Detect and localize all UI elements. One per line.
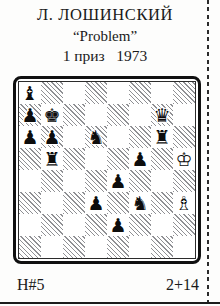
- square-a5: [19, 148, 41, 170]
- square-c2: [63, 214, 85, 236]
- piece-black-queen-g7: ♛: [151, 104, 173, 126]
- square-d5: [85, 148, 107, 170]
- square-c5: [63, 148, 85, 170]
- square-f7: [129, 104, 151, 126]
- piece-black-knight-f3: ♞: [129, 192, 151, 214]
- square-b8: [41, 82, 63, 104]
- piece-black-rook-b5: ♜: [41, 148, 63, 170]
- square-e8: [107, 82, 129, 104]
- piece-white-king-h5: ♔: [173, 148, 195, 170]
- square-h2: [173, 214, 195, 236]
- square-c3: [63, 192, 85, 214]
- square-h1: [173, 236, 195, 258]
- piece-black-pawn-a7: ♟: [19, 104, 41, 126]
- piece-black-pawn-d3: ♟: [85, 192, 107, 214]
- square-g5: [151, 148, 173, 170]
- material-count-label: 2+14: [166, 276, 201, 294]
- square-b4: [41, 170, 63, 192]
- square-d6: ♞: [85, 126, 107, 148]
- square-f6: [129, 126, 151, 148]
- square-g3: [151, 192, 173, 214]
- chess-board-frame: ♝♟♚♛♟♟♞♜♜♟♔♟♟♞♗♟: [13, 76, 201, 264]
- piece-black-pawn-b6: ♟: [41, 126, 63, 148]
- piece-black-pawn-e4: ♟: [107, 170, 129, 192]
- square-a3: [19, 192, 41, 214]
- square-b6: ♟: [41, 126, 63, 148]
- square-a1: [19, 236, 41, 258]
- square-b3: [41, 192, 63, 214]
- piece-black-king-b7: ♚: [41, 104, 63, 126]
- piece-black-pawn-f5: ♟: [129, 148, 151, 170]
- page-bottom-rule: [0, 302, 220, 304]
- chess-board: ♝♟♚♛♟♟♞♜♜♟♔♟♟♞♗♟: [18, 81, 196, 259]
- square-b5: ♜: [41, 148, 63, 170]
- square-a2: [19, 214, 41, 236]
- square-h3: ♗: [173, 192, 195, 214]
- piece-black-rook-g6: ♜: [151, 126, 173, 148]
- square-b2: [41, 214, 63, 236]
- square-d8: [85, 82, 107, 104]
- square-g7: ♛: [151, 104, 173, 126]
- square-g4: [151, 170, 173, 192]
- square-e5: [107, 148, 129, 170]
- square-g1: [151, 236, 173, 258]
- square-d2: [85, 214, 107, 236]
- diagram-header: Л. ЛОШИНСКИЙ “Problem” 1 приз 1973: [0, 0, 210, 65]
- square-d1: [85, 236, 107, 258]
- square-a4: [19, 170, 41, 192]
- piece-black-pawn-a6: ♟: [19, 126, 41, 148]
- award-year-line: 1 приз 1973: [0, 47, 210, 65]
- square-f3: ♞: [129, 192, 151, 214]
- square-f5: ♟: [129, 148, 151, 170]
- square-e3: [107, 192, 129, 214]
- square-h5: ♔: [173, 148, 195, 170]
- square-h6: [173, 126, 195, 148]
- square-a8: ♝: [19, 82, 41, 104]
- square-d4: [85, 170, 107, 192]
- square-b1: [41, 236, 63, 258]
- square-c4: [63, 170, 85, 192]
- piece-black-knight-d6: ♞: [85, 126, 107, 148]
- square-c7: [63, 104, 85, 126]
- square-b7: ♚: [41, 104, 63, 126]
- square-a6: ♟: [19, 126, 41, 148]
- square-f8: [129, 82, 151, 104]
- square-f2: [129, 214, 151, 236]
- piece-black-bishop-a8: ♝: [19, 82, 41, 104]
- square-f4: [129, 170, 151, 192]
- square-g2: [151, 214, 173, 236]
- square-e1: [107, 236, 129, 258]
- piece-white-bishop-h3: ♗: [173, 192, 195, 214]
- square-h8: [173, 82, 195, 104]
- square-e6: [107, 126, 129, 148]
- square-c6: [63, 126, 85, 148]
- square-a7: ♟: [19, 104, 41, 126]
- square-h7: [173, 104, 195, 126]
- square-e4: ♟: [107, 170, 129, 192]
- square-h4: [173, 170, 195, 192]
- square-e2: ♟: [107, 214, 129, 236]
- stipulation-label: H#5: [13, 276, 45, 294]
- square-d3: ♟: [85, 192, 107, 214]
- square-d7: [85, 104, 107, 126]
- square-e7: [107, 104, 129, 126]
- square-c1: [63, 236, 85, 258]
- square-g8: [151, 82, 173, 104]
- square-g6: ♜: [151, 126, 173, 148]
- diagram-caption: H#5 2+14: [13, 276, 201, 294]
- square-c8: [63, 82, 85, 104]
- source-title: “Problem”: [0, 28, 210, 45]
- square-f1: [129, 236, 151, 258]
- piece-black-pawn-e2: ♟: [107, 214, 129, 236]
- problem-diagram-page: Л. ЛОШИНСКИЙ “Problem” 1 приз 1973 ♝♟♚♛♟…: [0, 0, 220, 306]
- composer-name: Л. ЛОШИНСКИЙ: [0, 5, 210, 25]
